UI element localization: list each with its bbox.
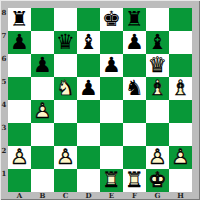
black-bishop-piece[interactable]: ♝ (146, 31, 169, 54)
square-e3[interactable] (100, 123, 123, 146)
black-pawn-piece[interactable]: ♟ (31, 54, 54, 77)
file-label-c: C (54, 191, 77, 200)
square-h7[interactable] (169, 31, 192, 54)
square-c1[interactable] (54, 169, 77, 192)
chess-board[interactable]: ♜♚♜♟♛♝♟♝♟♟♛♕♞♘♟♞♝♗♝♗♟♙♟♙♟♙♟♙♟♙♜♖♜♖♚♔ (8, 8, 192, 192)
square-f7[interactable]: ♟ (123, 31, 146, 54)
square-b1[interactable] (31, 169, 54, 192)
square-c6[interactable] (54, 54, 77, 77)
square-d4[interactable] (77, 100, 100, 123)
square-e4[interactable] (100, 100, 123, 123)
square-g4[interactable] (146, 100, 169, 123)
square-f2[interactable] (123, 146, 146, 169)
black-pawn-piece[interactable]: ♟ (8, 31, 31, 54)
white-king-outline: ♔ (146, 169, 169, 192)
square-g7[interactable]: ♝ (146, 31, 169, 54)
square-c2[interactable]: ♟♙ (54, 146, 77, 169)
square-a3[interactable] (8, 123, 31, 146)
square-h4[interactable] (169, 100, 192, 123)
square-h3[interactable] (169, 123, 192, 146)
square-g1[interactable]: ♚♔ (146, 169, 169, 192)
square-g2[interactable]: ♟♙ (146, 146, 169, 169)
square-g8[interactable] (146, 8, 169, 31)
white-bishop-outline: ♗ (169, 77, 192, 100)
square-a8[interactable]: ♜ (8, 8, 31, 31)
black-pawn-piece[interactable]: ♟ (100, 54, 123, 77)
square-b4[interactable]: ♟♙ (31, 100, 54, 123)
square-e1[interactable]: ♜♖ (100, 169, 123, 192)
square-c7[interactable]: ♛ (54, 31, 77, 54)
white-pawn-outline: ♙ (8, 146, 31, 169)
file-label-g: G (146, 191, 169, 200)
square-e6[interactable]: ♟ (100, 54, 123, 77)
file-label-d: D (77, 191, 100, 200)
square-f5[interactable]: ♞ (123, 77, 146, 100)
black-rook-piece[interactable]: ♜ (8, 8, 31, 31)
square-g6[interactable]: ♛♕ (146, 54, 169, 77)
square-f6[interactable] (123, 54, 146, 77)
square-c4[interactable] (54, 100, 77, 123)
rank-label-4: 4 (0, 100, 8, 123)
square-h8[interactable] (169, 8, 192, 31)
file-label-b: B (31, 191, 54, 200)
square-a4[interactable] (8, 100, 31, 123)
square-f1[interactable]: ♜♖ (123, 169, 146, 192)
white-pawn-outline: ♙ (54, 146, 77, 169)
square-g3[interactable] (146, 123, 169, 146)
white-knight-outline: ♘ (54, 77, 77, 100)
file-labels: ABCDEFGH (8, 191, 192, 200)
square-d5[interactable]: ♟ (77, 77, 100, 100)
square-f4[interactable] (123, 100, 146, 123)
square-a7[interactable]: ♟ (8, 31, 31, 54)
square-e2[interactable] (100, 146, 123, 169)
rank-label-6: 6 (0, 54, 8, 77)
black-pawn-piece[interactable]: ♟ (123, 31, 146, 54)
square-c8[interactable] (54, 8, 77, 31)
square-g5[interactable]: ♝♗ (146, 77, 169, 100)
white-pawn-outline: ♙ (31, 100, 54, 123)
rank-label-1: 1 (0, 169, 8, 192)
square-f8[interactable]: ♜ (123, 8, 146, 31)
white-bishop-outline: ♗ (146, 77, 169, 100)
square-h1[interactable] (169, 169, 192, 192)
square-a2[interactable]: ♟♙ (8, 146, 31, 169)
square-e8[interactable]: ♚ (100, 8, 123, 31)
square-h6[interactable] (169, 54, 192, 77)
square-a5[interactable] (8, 77, 31, 100)
square-b6[interactable]: ♟ (31, 54, 54, 77)
rank-labels: 87654321 (0, 8, 8, 192)
rank-label-7: 7 (0, 31, 8, 54)
square-e7[interactable] (100, 31, 123, 54)
white-pawn-outline: ♙ (169, 146, 192, 169)
rank-label-2: 2 (0, 146, 8, 169)
square-a6[interactable] (8, 54, 31, 77)
square-b7[interactable] (31, 31, 54, 54)
white-queen-outline: ♕ (146, 54, 169, 77)
file-label-f: F (123, 191, 146, 200)
black-knight-piece[interactable]: ♞ (123, 77, 146, 100)
square-h5[interactable]: ♝♗ (169, 77, 192, 100)
square-d2[interactable] (77, 146, 100, 169)
square-d1[interactable] (77, 169, 100, 192)
black-rook-piece[interactable]: ♜ (123, 8, 146, 31)
rank-label-3: 3 (0, 123, 8, 146)
square-h2[interactable]: ♟♙ (169, 146, 192, 169)
black-queen-piece[interactable]: ♛ (54, 31, 77, 54)
black-king-piece[interactable]: ♚ (100, 8, 123, 31)
square-b3[interactable] (31, 123, 54, 146)
file-label-e: E (100, 191, 123, 200)
square-d6[interactable] (77, 54, 100, 77)
square-c3[interactable] (54, 123, 77, 146)
file-label-a: A (8, 191, 31, 200)
square-f3[interactable] (123, 123, 146, 146)
square-a1[interactable] (8, 169, 31, 192)
white-rook-outline: ♖ (100, 169, 123, 192)
square-d3[interactable] (77, 123, 100, 146)
square-d7[interactable]: ♝ (77, 31, 100, 54)
square-e5[interactable] (100, 77, 123, 100)
square-b8[interactable] (31, 8, 54, 31)
rank-label-8: 8 (0, 8, 8, 31)
file-label-h: H (169, 191, 192, 200)
chess-board-frame: 87654321 ♜♚♜♟♛♝♟♝♟♟♛♕♞♘♟♞♝♗♝♗♟♙♟♙♟♙♟♙♟♙♜… (0, 0, 200, 200)
white-rook-outline: ♖ (123, 169, 146, 192)
square-d8[interactable] (77, 8, 100, 31)
square-b2[interactable] (31, 146, 54, 169)
rank-label-5: 5 (0, 77, 8, 100)
square-c5[interactable]: ♞♘ (54, 77, 77, 100)
black-pawn-piece[interactable]: ♟ (77, 77, 100, 100)
black-bishop-piece[interactable]: ♝ (77, 31, 100, 54)
square-b5[interactable] (31, 77, 54, 100)
white-pawn-outline: ♙ (146, 146, 169, 169)
